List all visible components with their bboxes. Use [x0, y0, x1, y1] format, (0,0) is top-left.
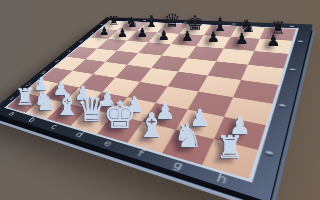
- piece-black-pawn-f7[interactable]: ♟: [207, 31, 220, 46]
- piece-white-rook-h1[interactable]: ♜: [216, 132, 244, 164]
- frame-screw-3: [265, 150, 273, 155]
- frame-screw-0: [297, 40, 303, 42]
- chess-scene: abcdefgh87654321 ♜♞♝♛♚♝♞♜♟♟♟♟♟♟♟♟♟♟♟♟♟♟♟…: [0, 0, 320, 200]
- frame-screw-7: [289, 26, 294, 27]
- piece-black-pawn-b7[interactable]: ♟: [117, 26, 128, 38]
- piece-black-pawn-g7[interactable]: ♟: [235, 32, 249, 47]
- frame-screw-6: [232, 23, 237, 24]
- piece-black-pawn-a7[interactable]: ♟: [99, 26, 109, 38]
- piece-black-pawn-c7[interactable]: ♟: [136, 27, 147, 40]
- piece-white-bishop-f1[interactable]: ♝: [136, 109, 166, 143]
- piece-black-pawn-h7[interactable]: ♟: [266, 34, 280, 50]
- file-label-a: a: [7, 110, 17, 117]
- piece-black-pawn-e7[interactable]: ♟: [181, 29, 194, 43]
- frame-screw-1: [289, 68, 295, 70]
- file-label-c: c: [49, 123, 60, 131]
- file-label-e: e: [102, 138, 114, 148]
- frame-screw-2: [279, 104, 286, 107]
- piece-black-pawn-d7[interactable]: ♟: [158, 28, 170, 41]
- file-label-b: b: [26, 116, 37, 123]
- piece-white-king-e1[interactable]: ♚: [103, 97, 137, 134]
- file-label-f: f: [136, 149, 146, 159]
- file-label-d: d: [73, 130, 85, 139]
- file-label-h: h: [215, 172, 230, 186]
- file-label-g: g: [171, 159, 185, 171]
- piece-white-knight-g1[interactable]: ♞: [173, 120, 202, 153]
